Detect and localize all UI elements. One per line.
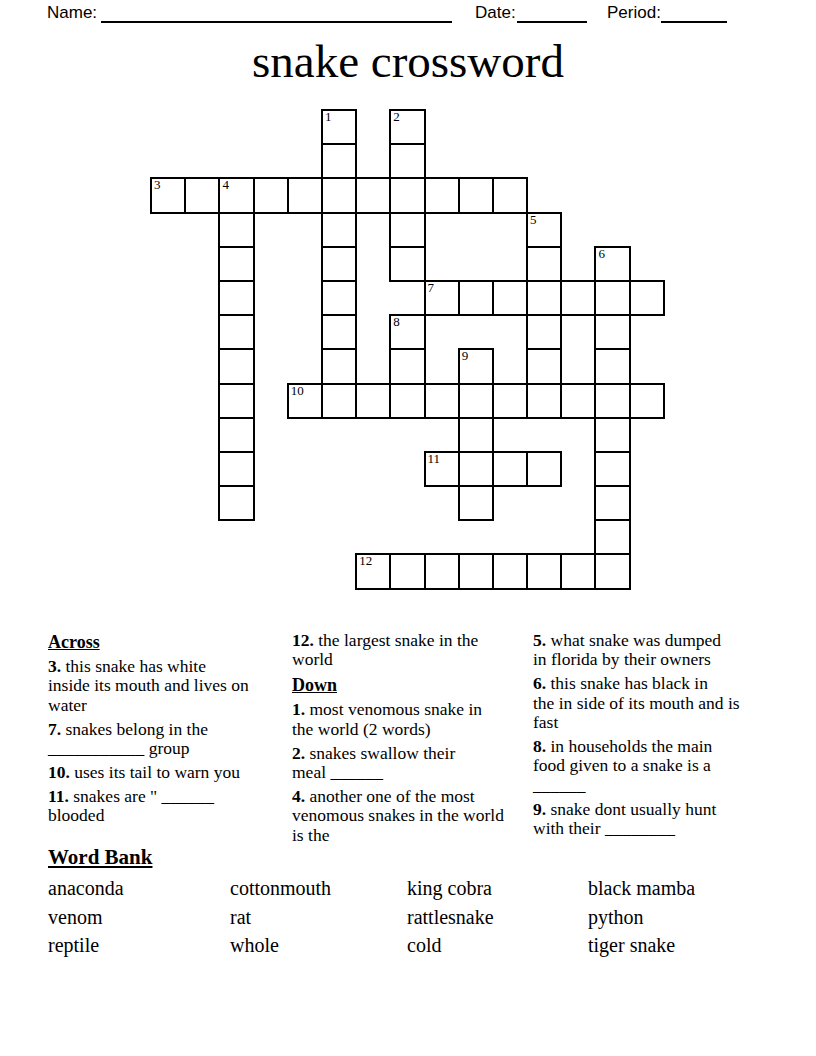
word-bank-word: tiger snake bbox=[588, 935, 773, 955]
grid-cell-r5c10 bbox=[493, 281, 527, 315]
word-bank-word: cottonmouth bbox=[230, 878, 407, 898]
grid-cell-r8c5 bbox=[322, 384, 356, 418]
word-bank-word: king cobra bbox=[407, 878, 588, 898]
grid-cell-r7c5 bbox=[322, 349, 356, 383]
crossword-grid: 123456789101112 bbox=[151, 110, 664, 589]
grid-cell-r13c11 bbox=[527, 554, 561, 588]
word-bank-word: cold bbox=[407, 935, 588, 955]
clue-number-11: 11 bbox=[428, 452, 441, 466]
grid-cell-r2c0: 3 bbox=[151, 178, 185, 212]
grid-cell-r2c7 bbox=[390, 178, 424, 212]
grid-cell-r11c9 bbox=[459, 486, 493, 520]
clue-12: 12. the largest snake in the world bbox=[292, 631, 530, 670]
grid-cell-r4c5 bbox=[322, 247, 356, 281]
clue-column-3: 5. what snake was dumped in florida by t… bbox=[533, 631, 783, 843]
grid-cell-r2c3 bbox=[254, 178, 288, 212]
grid-cell-r6c11 bbox=[527, 315, 561, 349]
clue-text: uses its tail to warn you bbox=[74, 762, 240, 782]
grid-cell-r8c4: 10 bbox=[288, 384, 322, 418]
grid-cell-r6c13 bbox=[595, 315, 629, 349]
clue-number-label: 4. bbox=[292, 786, 305, 806]
clue-number-label: 2. bbox=[292, 743, 305, 763]
grid-cell-r13c7 bbox=[390, 554, 424, 588]
grid-cell-r3c11: 5 bbox=[527, 213, 561, 247]
clue-text: another one of the most venomous snakes … bbox=[292, 786, 504, 845]
grid-cell-r9c2 bbox=[219, 418, 253, 452]
page-title: snake crossword bbox=[0, 33, 816, 89]
clue-1: 1. most venomous snake in the world (2 w… bbox=[292, 700, 530, 739]
clue-8: 8. in households the main food given to … bbox=[533, 737, 783, 795]
grid-cell-r5c2 bbox=[219, 281, 253, 315]
grid-cell-r8c8 bbox=[425, 384, 459, 418]
grid-cell-r13c9 bbox=[459, 554, 493, 588]
grid-cell-r2c6 bbox=[356, 178, 390, 212]
grid-cell-r5c9 bbox=[459, 281, 493, 315]
grid-cell-r3c5 bbox=[322, 213, 356, 247]
grid-cell-r10c8: 11 bbox=[425, 452, 459, 486]
grid-cell-r1c5 bbox=[322, 144, 356, 178]
grid-cell-r4c2 bbox=[219, 247, 253, 281]
clue-number-8: 8 bbox=[393, 315, 400, 329]
clue-number-label: 9. bbox=[533, 799, 546, 819]
grid-cell-r5c5 bbox=[322, 281, 356, 315]
grid-cell-r8c13 bbox=[595, 384, 629, 418]
grid-cell-r0c5: 1 bbox=[322, 110, 356, 144]
clue-2: 2. snakes swallow their meal ______ bbox=[292, 744, 530, 783]
clue-number-label: 5. bbox=[533, 630, 546, 650]
clue-11: 11. snakes are " ______ blooded bbox=[48, 787, 278, 826]
grid-cell-r10c10 bbox=[493, 452, 527, 486]
date-blank-line bbox=[517, 5, 587, 23]
clue-text: the largest snake in the world bbox=[292, 630, 478, 669]
grid-cell-r7c13 bbox=[595, 349, 629, 383]
grid-cell-r8c12 bbox=[561, 384, 595, 418]
grid-cell-r0c7: 2 bbox=[390, 110, 424, 144]
clue-number-label: 6. bbox=[533, 673, 546, 693]
clue-number-5: 5 bbox=[530, 213, 537, 227]
grid-cell-r7c2 bbox=[219, 349, 253, 383]
grid-cell-r4c13: 6 bbox=[595, 247, 629, 281]
clue-text: in households the main food given to a s… bbox=[533, 736, 712, 795]
clue-number-label: 10. bbox=[48, 762, 70, 782]
grid-cell-r2c1 bbox=[185, 178, 219, 212]
grid-cell-r1c7 bbox=[390, 144, 424, 178]
grid-cell-r8c9 bbox=[459, 384, 493, 418]
grid-cell-r6c5 bbox=[322, 315, 356, 349]
period-label: Period: bbox=[607, 3, 661, 22]
clue-text: snakes belong in the ___________ group bbox=[48, 719, 208, 758]
grid-cell-r8c14 bbox=[630, 384, 664, 418]
grid-cell-r5c14 bbox=[630, 281, 664, 315]
clue-number-label: 11. bbox=[48, 786, 69, 806]
clue-number-1: 1 bbox=[325, 110, 332, 124]
clue-6: 6. this snake has black in the in side o… bbox=[533, 674, 783, 732]
grid-cell-r3c7 bbox=[390, 213, 424, 247]
grid-cell-r2c8 bbox=[425, 178, 459, 212]
grid-cell-r9c9 bbox=[459, 418, 493, 452]
word-bank-word: anaconda bbox=[48, 878, 230, 898]
grid-cell-r13c10 bbox=[493, 554, 527, 588]
clue-column-1: Across3. this snake has white inside its… bbox=[48, 631, 278, 830]
word-bank-heading: Word Bank bbox=[48, 845, 773, 869]
word-bank: Word Bank anacondacottonmouthking cobrab… bbox=[48, 845, 773, 955]
grid-cell-r8c7 bbox=[390, 384, 424, 418]
clue-number-label: 7. bbox=[48, 719, 61, 739]
grid-cell-r2c2: 4 bbox=[219, 178, 253, 212]
clue-text: this snake has black in the in side of i… bbox=[533, 673, 740, 732]
clues-heading-down: Down bbox=[292, 674, 530, 696]
clue-number-2: 2 bbox=[393, 110, 400, 124]
grid-cell-r2c9 bbox=[459, 178, 493, 212]
name-blank-line bbox=[101, 5, 452, 23]
grid-cell-r13c6: 12 bbox=[356, 554, 390, 588]
grid-cell-r4c11 bbox=[527, 247, 561, 281]
grid-cell-r7c11 bbox=[527, 349, 561, 383]
grid-cell-r7c9: 9 bbox=[459, 349, 493, 383]
clue-number-label: 8. bbox=[533, 736, 546, 756]
grid-cell-r5c8: 7 bbox=[425, 281, 459, 315]
grid-cell-r8c6 bbox=[356, 384, 390, 418]
grid-cell-r10c11 bbox=[527, 452, 561, 486]
clue-column-2: 12. the largest snake in the worldDown1.… bbox=[292, 631, 530, 850]
clue-number-10: 10 bbox=[291, 384, 304, 398]
grid-cell-r5c13 bbox=[595, 281, 629, 315]
clue-4: 4. another one of the most venomous snak… bbox=[292, 787, 530, 845]
period-blank-line bbox=[661, 5, 727, 23]
grid-cell-r8c2 bbox=[219, 384, 253, 418]
grid-cell-r2c4 bbox=[288, 178, 322, 212]
clue-text: this snake has white inside its mouth an… bbox=[48, 656, 249, 715]
clue-text: most venomous snake in the world (2 word… bbox=[292, 699, 482, 738]
clue-number-label: 12. bbox=[292, 630, 314, 650]
clue-text: snake dont usually hunt with their _____… bbox=[533, 799, 716, 838]
clue-number-7: 7 bbox=[428, 281, 435, 295]
word-bank-word: black mamba bbox=[588, 878, 773, 898]
clue-text: snakes swallow their meal ______ bbox=[292, 743, 455, 782]
grid-cell-r8c10 bbox=[493, 384, 527, 418]
grid-cell-r5c11 bbox=[527, 281, 561, 315]
word-bank-word: rat bbox=[230, 907, 407, 927]
grid-cell-r5c12 bbox=[561, 281, 595, 315]
clue-9: 9. snake dont usually hunt with their __… bbox=[533, 800, 783, 839]
clue-number-3: 3 bbox=[154, 178, 161, 192]
grid-cell-r11c13 bbox=[595, 486, 629, 520]
grid-cell-r9c13 bbox=[595, 418, 629, 452]
grid-cell-r13c8 bbox=[425, 554, 459, 588]
word-bank-word: venom bbox=[48, 907, 230, 927]
name-label: Name: bbox=[47, 3, 97, 22]
grid-cell-r6c7: 8 bbox=[390, 315, 424, 349]
grid-cell-r7c7 bbox=[390, 349, 424, 383]
clue-10: 10. uses its tail to warn you bbox=[48, 763, 278, 782]
clue-text: snakes are " ______ blooded bbox=[48, 786, 214, 825]
word-bank-word: python bbox=[588, 907, 773, 927]
grid-cell-r11c2 bbox=[219, 486, 253, 520]
worksheet-page: { "game": "crossword", "title": "snake c… bbox=[0, 0, 816, 1056]
grid-cell-r6c2 bbox=[219, 315, 253, 349]
word-bank-grid: anacondacottonmouthking cobrablack mamba… bbox=[48, 878, 773, 955]
clue-number-9: 9 bbox=[462, 349, 469, 363]
clues-heading-across: Across bbox=[48, 631, 278, 653]
clue-text: what snake was dumped in florida by thei… bbox=[533, 630, 721, 669]
grid-cell-r2c10 bbox=[493, 178, 527, 212]
grid-cell-r12c13 bbox=[595, 520, 629, 554]
grid-cell-r3c2 bbox=[219, 213, 253, 247]
clue-number-12: 12 bbox=[359, 554, 372, 568]
clue-7: 7. snakes belong in the ___________ grou… bbox=[48, 720, 278, 759]
clue-number-6: 6 bbox=[598, 247, 605, 261]
grid-cell-r13c13 bbox=[595, 554, 629, 588]
clue-5: 5. what snake was dumped in florida by t… bbox=[533, 631, 783, 670]
grid-cell-r10c13 bbox=[595, 452, 629, 486]
grid-cell-r4c7 bbox=[390, 247, 424, 281]
grid-cell-r10c2 bbox=[219, 452, 253, 486]
date-label: Date: bbox=[475, 3, 516, 22]
clue-number-label: 1. bbox=[292, 699, 305, 719]
word-bank-word: reptile bbox=[48, 935, 230, 955]
clue-3: 3. this snake has white inside its mouth… bbox=[48, 657, 278, 715]
grid-cell-r10c9 bbox=[459, 452, 493, 486]
grid-cell-r2c5 bbox=[322, 178, 356, 212]
grid-cell-r8c11 bbox=[527, 384, 561, 418]
word-bank-word: whole bbox=[230, 935, 407, 955]
clue-number-label: 3. bbox=[48, 656, 61, 676]
clue-number-4: 4 bbox=[222, 178, 229, 192]
grid-cell-r13c12 bbox=[561, 554, 595, 588]
word-bank-word: rattlesnake bbox=[407, 907, 588, 927]
